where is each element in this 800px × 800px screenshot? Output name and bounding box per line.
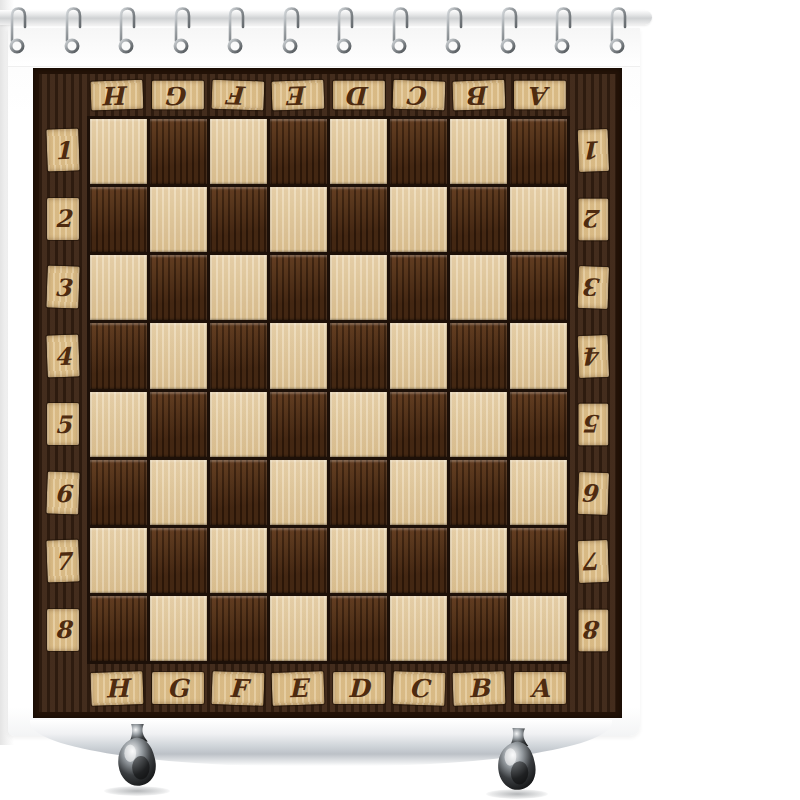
square-d2 — [330, 187, 387, 252]
square-g1 — [150, 119, 207, 184]
square-g2 — [150, 187, 207, 252]
rank-label-right-8: 8 — [570, 596, 616, 665]
square-a3 — [510, 255, 567, 320]
rank-label-right-5: 5 — [570, 390, 616, 459]
rank-label-right-7: 7 — [570, 527, 616, 596]
rank-label-left-3: 3 — [39, 253, 87, 322]
square-e2 — [270, 187, 327, 252]
square-a8 — [510, 596, 567, 661]
square-c8 — [390, 596, 447, 661]
shower-curtain-hook — [7, 4, 33, 58]
product-photo-scene: HGFEDCBA 12345678 12345678 HGFEDCBA — [0, 0, 800, 800]
square-e8 — [270, 596, 327, 661]
square-b2 — [450, 187, 507, 252]
square-h1 — [90, 119, 147, 184]
file-label-bottom-d: D — [329, 664, 389, 712]
square-b7 — [450, 528, 507, 593]
file-label-bottom-f: F — [208, 664, 268, 712]
rank-label-left-7: 7 — [39, 527, 87, 596]
square-b1 — [450, 119, 507, 184]
file-label-bottom-b: B — [449, 664, 509, 712]
shower-curtain-hook — [62, 4, 88, 58]
square-f2 — [210, 187, 267, 252]
file-label-top-h: H — [87, 74, 147, 116]
square-d4 — [330, 323, 387, 388]
rank-label-left-8: 8 — [39, 596, 87, 665]
rank-label-left-4: 4 — [39, 322, 87, 391]
shower-curtain-hook — [116, 4, 142, 58]
square-d6 — [330, 460, 387, 525]
rank-label-right-2: 2 — [570, 185, 616, 254]
square-h4 — [90, 323, 147, 388]
rank-label-left-5: 5 — [39, 390, 87, 459]
square-g3 — [150, 255, 207, 320]
chessboard-print: HGFEDCBA 12345678 12345678 HGFEDCBA — [33, 68, 622, 718]
square-h8 — [90, 596, 147, 661]
square-f4 — [210, 323, 267, 388]
square-b3 — [450, 255, 507, 320]
rank-label-right-6: 6 — [570, 459, 616, 528]
square-b5 — [450, 392, 507, 457]
file-label-top-a: A — [510, 74, 570, 116]
square-c6 — [390, 460, 447, 525]
square-c7 — [390, 528, 447, 593]
square-c2 — [390, 187, 447, 252]
square-c1 — [390, 119, 447, 184]
square-e1 — [270, 119, 327, 184]
shower-curtain: HGFEDCBA 12345678 12345678 HGFEDCBA — [8, 28, 640, 736]
board-squares — [87, 116, 570, 664]
square-a4 — [510, 323, 567, 388]
square-e6 — [270, 460, 327, 525]
square-g7 — [150, 528, 207, 593]
shower-curtain-hook — [334, 4, 360, 58]
tub-foot-right — [489, 727, 545, 799]
square-a6 — [510, 460, 567, 525]
square-e3 — [270, 255, 327, 320]
square-a5 — [510, 392, 567, 457]
board-frame: HGFEDCBA 12345678 12345678 HGFEDCBA — [39, 74, 616, 712]
rank-label-left-6: 6 — [39, 459, 87, 528]
rank-labels-right: 12345678 — [570, 116, 616, 664]
file-label-top-f: F — [208, 74, 268, 116]
square-f6 — [210, 460, 267, 525]
square-d7 — [330, 528, 387, 593]
file-label-bottom-h: H — [87, 664, 147, 712]
square-f1 — [210, 119, 267, 184]
square-c3 — [390, 255, 447, 320]
square-g4 — [150, 323, 207, 388]
shower-curtain-hook — [552, 4, 578, 58]
shower-curtain-hook — [225, 4, 251, 58]
file-label-top-e: E — [268, 74, 328, 116]
file-label-bottom-a: A — [510, 664, 570, 712]
rank-label-right-1: 1 — [570, 116, 616, 185]
file-label-top-d: D — [329, 74, 389, 116]
square-f7 — [210, 528, 267, 593]
file-label-top-b: B — [449, 74, 509, 116]
square-a2 — [510, 187, 567, 252]
square-e5 — [270, 392, 327, 457]
square-a7 — [510, 528, 567, 593]
square-d5 — [330, 392, 387, 457]
file-labels-top: HGFEDCBA — [87, 74, 570, 116]
shower-curtain-hook — [498, 4, 524, 58]
square-f3 — [210, 255, 267, 320]
file-label-bottom-g: G — [147, 664, 207, 712]
file-label-bottom-e: E — [268, 664, 328, 712]
square-f5 — [210, 392, 267, 457]
rank-label-right-3: 3 — [570, 253, 616, 322]
rank-label-right-4: 4 — [570, 322, 616, 391]
shower-curtain-hook — [171, 4, 197, 58]
square-h3 — [90, 255, 147, 320]
shower-curtain-hook — [280, 4, 306, 58]
square-g6 — [150, 460, 207, 525]
square-d1 — [330, 119, 387, 184]
rank-label-left-1: 1 — [39, 116, 87, 185]
rank-labels-left: 12345678 — [39, 116, 87, 664]
square-g5 — [150, 392, 207, 457]
curtain-hooks — [0, 0, 800, 70]
square-b8 — [450, 596, 507, 661]
file-label-top-g: G — [147, 74, 207, 116]
shower-curtain-hook — [443, 4, 469, 58]
file-label-top-c: C — [389, 74, 449, 116]
square-f8 — [210, 596, 267, 661]
square-b6 — [450, 460, 507, 525]
square-h7 — [90, 528, 147, 593]
shower-curtain-hook — [389, 4, 415, 58]
rank-label-left-2: 2 — [39, 185, 87, 254]
tub-foot-left — [110, 724, 164, 794]
square-e7 — [270, 528, 327, 593]
square-b4 — [450, 323, 507, 388]
square-d8 — [330, 596, 387, 661]
square-c4 — [390, 323, 447, 388]
square-d3 — [330, 255, 387, 320]
square-h2 — [90, 187, 147, 252]
square-h5 — [90, 392, 147, 457]
square-c5 — [390, 392, 447, 457]
square-a1 — [510, 119, 567, 184]
square-g8 — [150, 596, 207, 661]
shower-curtain-hook — [607, 4, 633, 58]
square-e4 — [270, 323, 327, 388]
square-h6 — [90, 460, 147, 525]
file-label-bottom-c: C — [389, 664, 449, 712]
file-labels-bottom: HGFEDCBA — [87, 664, 570, 712]
